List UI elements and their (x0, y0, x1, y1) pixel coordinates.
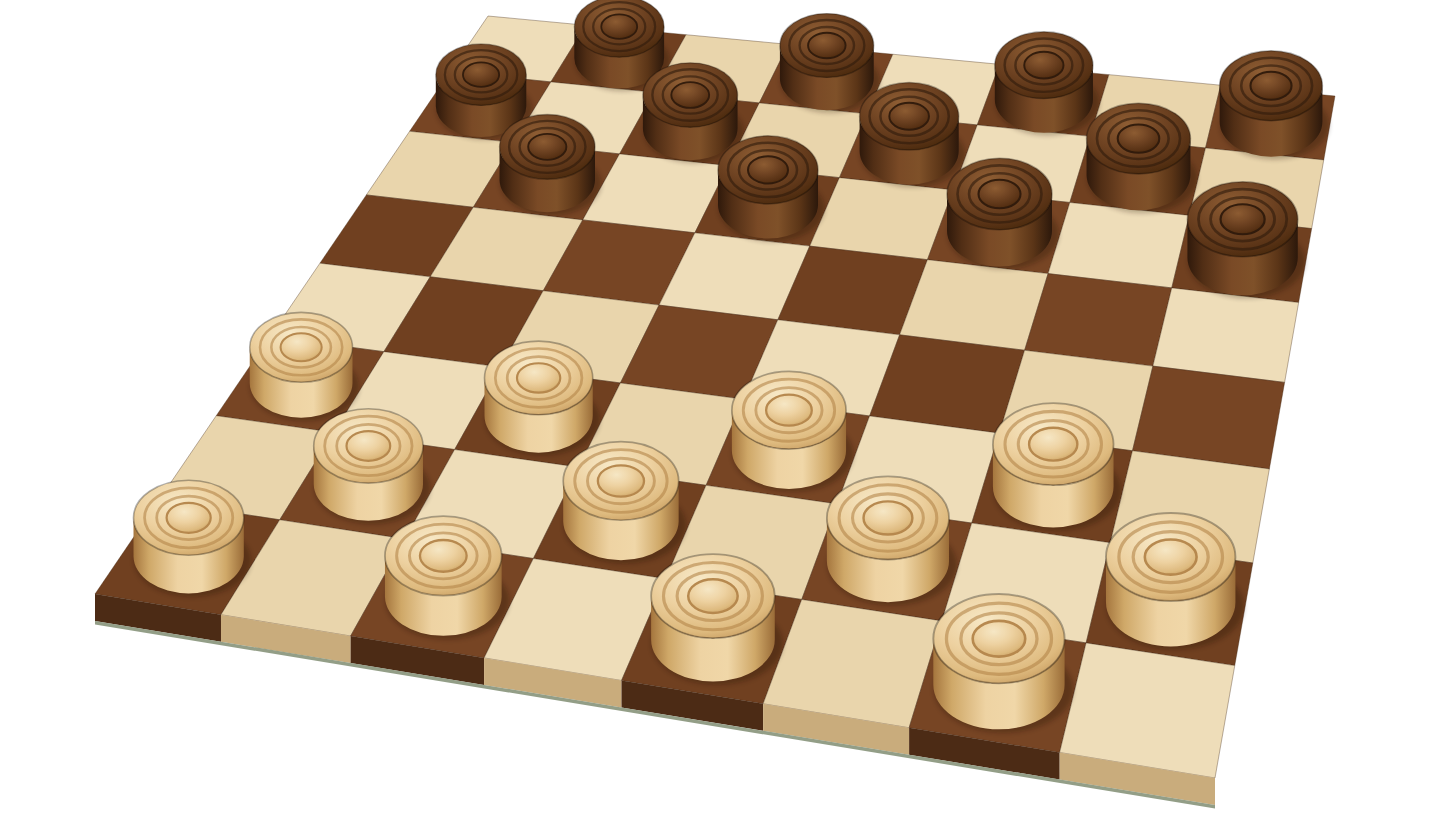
piece-dome (979, 180, 1021, 209)
piece-dome (1024, 52, 1063, 79)
light-man-f2[interactable] (827, 476, 957, 605)
piece-dome (601, 14, 637, 38)
dark-man-c7[interactable] (643, 63, 744, 163)
piece-dome (808, 33, 846, 59)
piece-dome (766, 395, 812, 426)
light-man-c1[interactable] (385, 516, 509, 639)
piece-dome (420, 540, 467, 572)
light-man-e3[interactable] (732, 371, 854, 492)
dark-man-b6[interactable] (500, 114, 602, 215)
piece-dome (1145, 539, 1197, 574)
light-man-g1[interactable] (933, 594, 1073, 733)
dark-man-d6[interactable] (718, 136, 825, 242)
square-g6[interactable] (1048, 202, 1189, 287)
dark-man-h8[interactable] (1220, 51, 1329, 160)
dark-man-f6[interactable] (947, 158, 1059, 269)
dark-man-e7[interactable] (860, 83, 966, 188)
dark-man-h6[interactable] (1187, 182, 1304, 299)
piece-dome (973, 621, 1026, 657)
piece-dome (517, 363, 560, 392)
light-man-d2[interactable] (563, 442, 686, 564)
dark-man-d8[interactable] (780, 14, 880, 113)
piece-dome (1029, 428, 1077, 461)
light-man-e1[interactable] (651, 554, 783, 685)
piece-dome (748, 156, 788, 183)
checkers-board-photo (0, 0, 1445, 813)
piece-dome (281, 333, 322, 361)
piece-dome (688, 579, 737, 613)
dark-man-f8[interactable] (995, 32, 1100, 136)
light-man-h2[interactable] (1106, 513, 1244, 650)
square-g5[interactable] (1025, 274, 1172, 367)
light-man-a3[interactable] (250, 312, 359, 421)
piece-dome (1221, 204, 1265, 234)
piece-dome (347, 431, 391, 461)
light-man-g3[interactable] (993, 403, 1121, 531)
square-h5[interactable] (1153, 288, 1299, 383)
square-f5[interactable] (900, 260, 1048, 351)
dark-man-g7[interactable] (1087, 103, 1198, 213)
piece-dome (463, 62, 499, 87)
piece-dome (671, 82, 709, 108)
light-man-c3[interactable] (484, 341, 599, 455)
piece-dome (598, 465, 644, 496)
piece-dome (889, 103, 929, 130)
piece-dome (167, 503, 211, 533)
light-man-b2[interactable] (314, 409, 430, 525)
piece-dome (864, 501, 913, 534)
piece-dome (1118, 124, 1160, 152)
piece-dome (528, 134, 566, 160)
scene (0, 0, 1445, 813)
light-man-a1[interactable] (134, 480, 251, 597)
piece-dome (1250, 72, 1291, 100)
